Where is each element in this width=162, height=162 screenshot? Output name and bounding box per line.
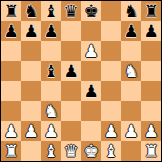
- square-d5[interactable]: ♟: [61, 61, 81, 81]
- white-bishop[interactable]: ♝: [101, 141, 121, 161]
- black-pawn[interactable]: ♟: [21, 21, 41, 41]
- square-c5[interactable]: ♝: [41, 61, 61, 81]
- black-rook[interactable]: ♜: [1, 1, 21, 21]
- black-pawn[interactable]: ♟: [141, 21, 161, 41]
- black-knight[interactable]: ♞: [121, 1, 141, 21]
- black-pawn[interactable]: ♟: [81, 81, 101, 101]
- square-g2[interactable]: ♟: [121, 121, 141, 141]
- square-c4[interactable]: [41, 81, 61, 101]
- white-king[interactable]: ♚: [81, 141, 101, 161]
- square-e5[interactable]: [81, 61, 101, 81]
- white-knight[interactable]: ♞: [41, 101, 61, 121]
- square-b7[interactable]: ♟: [21, 21, 41, 41]
- white-bishop[interactable]: ♝: [41, 141, 61, 161]
- square-d7[interactable]: [61, 21, 81, 41]
- square-f4[interactable]: [101, 81, 121, 101]
- square-a7[interactable]: ♟: [1, 21, 21, 41]
- black-rook[interactable]: ♜: [141, 1, 161, 21]
- square-a1[interactable]: ♜: [1, 141, 21, 161]
- square-e8[interactable]: ♚: [81, 1, 101, 21]
- square-d4[interactable]: [61, 81, 81, 101]
- square-f2[interactable]: ♟: [101, 121, 121, 141]
- black-pawn[interactable]: ♟: [41, 21, 61, 41]
- white-pawn[interactable]: ♟: [121, 121, 141, 141]
- square-d8[interactable]: ♛: [61, 1, 81, 21]
- square-c7[interactable]: ♟: [41, 21, 61, 41]
- black-knight[interactable]: ♞: [21, 1, 41, 21]
- square-e7[interactable]: [81, 21, 101, 41]
- square-a8[interactable]: ♜: [1, 1, 21, 21]
- white-rook[interactable]: ♜: [141, 141, 161, 161]
- square-b8[interactable]: ♞: [21, 1, 41, 21]
- square-g7[interactable]: ♟: [121, 21, 141, 41]
- white-pawn[interactable]: ♟: [1, 121, 21, 141]
- square-g6[interactable]: [121, 41, 141, 61]
- square-h7[interactable]: ♟: [141, 21, 161, 41]
- square-a5[interactable]: [1, 61, 21, 81]
- square-c8[interactable]: ♝: [41, 1, 61, 21]
- square-a6[interactable]: [1, 41, 21, 61]
- square-c2[interactable]: ♟: [41, 121, 61, 141]
- white-pawn[interactable]: ♟: [21, 121, 41, 141]
- square-g1[interactable]: [121, 141, 141, 161]
- black-pawn[interactable]: ♟: [61, 61, 81, 81]
- square-e4[interactable]: ♟: [81, 81, 101, 101]
- square-g5[interactable]: ♞: [121, 61, 141, 81]
- white-rook[interactable]: ♜: [1, 141, 21, 161]
- square-d6[interactable]: [61, 41, 81, 61]
- square-d1[interactable]: ♛: [61, 141, 81, 161]
- square-h5[interactable]: [141, 61, 161, 81]
- black-queen[interactable]: ♛: [61, 1, 81, 21]
- black-pawn[interactable]: ♟: [1, 21, 21, 41]
- square-e2[interactable]: [81, 121, 101, 141]
- square-e6[interactable]: ♟: [81, 41, 101, 61]
- square-h6[interactable]: [141, 41, 161, 61]
- square-f6[interactable]: [101, 41, 121, 61]
- square-b5[interactable]: [21, 61, 41, 81]
- square-c6[interactable]: [41, 41, 61, 61]
- black-king[interactable]: ♚: [81, 1, 101, 21]
- square-b6[interactable]: [21, 41, 41, 61]
- square-h8[interactable]: ♜: [141, 1, 161, 21]
- square-h4[interactable]: [141, 81, 161, 101]
- white-pawn[interactable]: ♟: [81, 41, 101, 61]
- square-b4[interactable]: [21, 81, 41, 101]
- black-pawn[interactable]: ♟: [121, 21, 141, 41]
- square-f5[interactable]: [101, 61, 121, 81]
- square-b2[interactable]: ♟: [21, 121, 41, 141]
- square-g4[interactable]: [121, 81, 141, 101]
- white-knight[interactable]: ♞: [121, 61, 141, 81]
- white-pawn[interactable]: ♟: [141, 121, 161, 141]
- square-f1[interactable]: ♝: [101, 141, 121, 161]
- square-c3[interactable]: ♞: [41, 101, 61, 121]
- square-a2[interactable]: ♟: [1, 121, 21, 141]
- square-a4[interactable]: [1, 81, 21, 101]
- square-d2[interactable]: [61, 121, 81, 141]
- square-g8[interactable]: ♞: [121, 1, 141, 21]
- square-c1[interactable]: ♝: [41, 141, 61, 161]
- chess-board-frame: ♜♞♝♛♚♞♜♟♟♟♟♟♟♝♟♞♟♞♟♟♟♟♟♟♜♝♛♚♝♜: [0, 0, 162, 162]
- square-h1[interactable]: ♜: [141, 141, 161, 161]
- square-b3[interactable]: [21, 101, 41, 121]
- square-g3[interactable]: [121, 101, 141, 121]
- square-e1[interactable]: ♚: [81, 141, 101, 161]
- square-a3[interactable]: [1, 101, 21, 121]
- square-f3[interactable]: [101, 101, 121, 121]
- square-f8[interactable]: [101, 1, 121, 21]
- white-pawn[interactable]: ♟: [101, 121, 121, 141]
- square-h2[interactable]: ♟: [141, 121, 161, 141]
- white-queen[interactable]: ♛: [61, 141, 81, 161]
- black-bishop[interactable]: ♝: [41, 1, 61, 21]
- black-bishop[interactable]: ♝: [41, 61, 61, 81]
- square-f7[interactable]: [101, 21, 121, 41]
- square-d3[interactable]: [61, 101, 81, 121]
- square-h3[interactable]: [141, 101, 161, 121]
- chess-board: ♜♞♝♛♚♞♜♟♟♟♟♟♟♝♟♞♟♞♟♟♟♟♟♟♜♝♛♚♝♜: [1, 1, 161, 161]
- square-e3[interactable]: [81, 101, 101, 121]
- white-pawn[interactable]: ♟: [41, 121, 61, 141]
- square-b1[interactable]: [21, 141, 41, 161]
